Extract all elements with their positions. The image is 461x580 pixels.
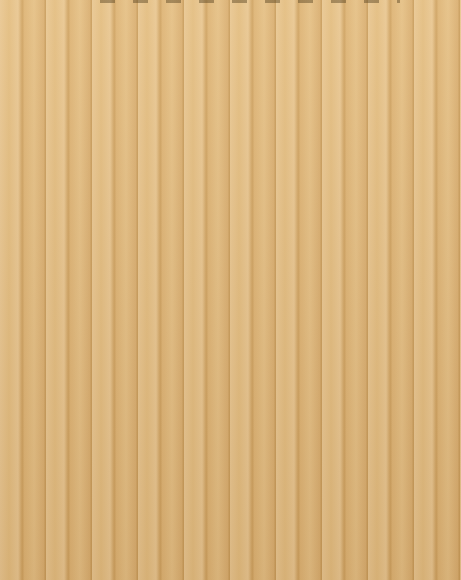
piece-grid: [0, 31, 461, 545]
xiangqi-board: [0, 0, 461, 580]
